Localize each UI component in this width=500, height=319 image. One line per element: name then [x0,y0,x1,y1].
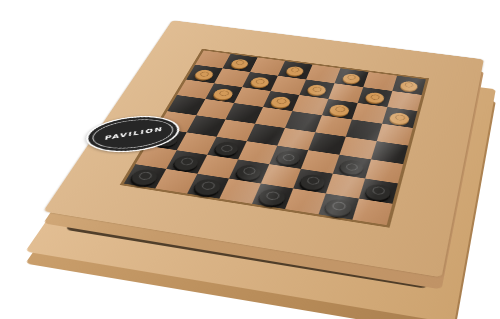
board-square [352,199,392,225]
brand-badge-label: PAVILION [103,126,163,141]
checker-ring-engraving: ○ [369,93,381,101]
checker-ring-engraving: ○ [344,160,360,171]
checker-ring-engraving: ○ [404,81,415,88]
checker-ring-engraving: ○ [394,113,407,121]
product-photo-checkers-set: ●○●○●○●○●○●○●○●○●○●○●○●○●○●○●○●○●○●○●○●○… [0,0,500,319]
checker-ring-engraving: ○ [346,74,357,81]
checker-ring-engraving: ○ [370,184,387,196]
